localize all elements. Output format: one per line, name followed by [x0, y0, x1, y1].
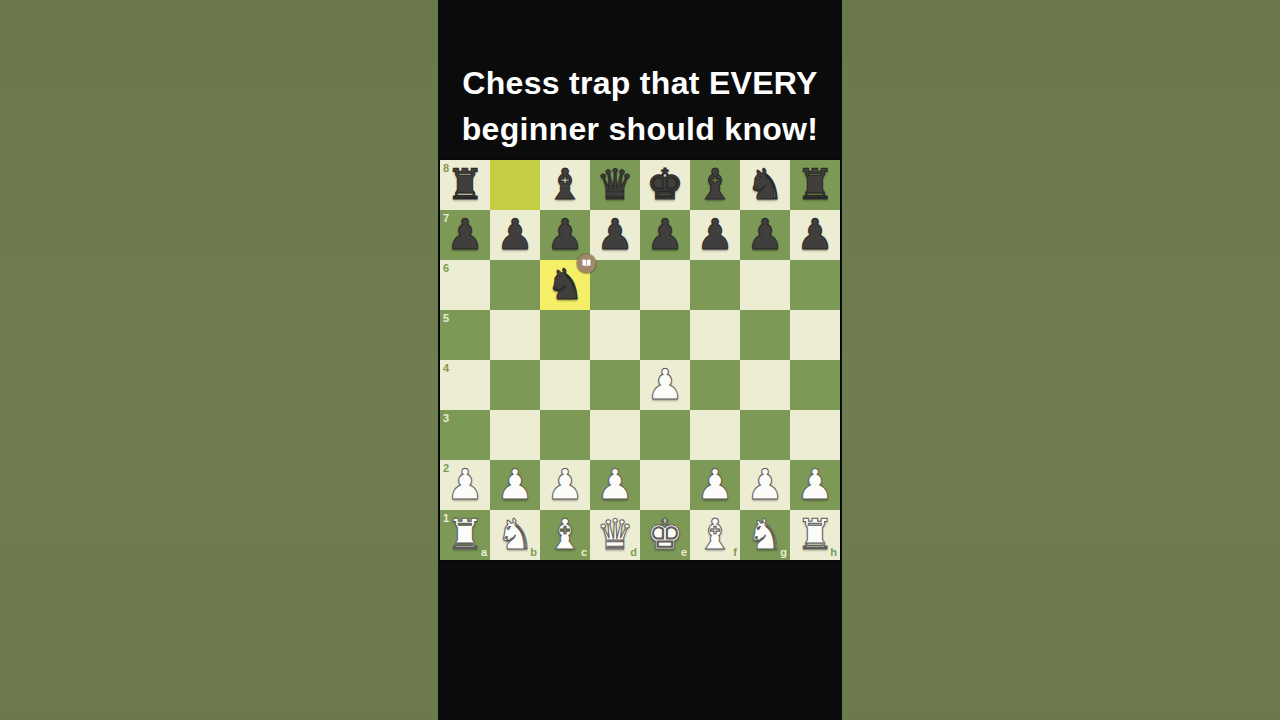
square-f8[interactable]: ♝: [690, 160, 740, 210]
square-b1[interactable]: b♞: [490, 510, 540, 560]
left-background-panel: [0, 0, 438, 720]
square-d2[interactable]: ♟: [590, 460, 640, 510]
square-e8[interactable]: ♚: [640, 160, 690, 210]
square-e7[interactable]: ♟: [640, 210, 690, 260]
rank-label-3: 3: [443, 413, 449, 424]
square-a4[interactable]: 4: [440, 360, 490, 410]
square-g1[interactable]: g♞: [740, 510, 790, 560]
black-pawn-d7[interactable]: ♟: [590, 210, 640, 260]
square-h4[interactable]: [790, 360, 840, 410]
white-knight-b1[interactable]: ♞: [490, 510, 540, 560]
square-d6[interactable]: [590, 260, 640, 310]
square-c1[interactable]: c♝: [540, 510, 590, 560]
square-g4[interactable]: [740, 360, 790, 410]
chess-board: 8♜♝♛♚♝♞♜7♟♟♟♟♟♟♟♟6♞54♟32♟♟♟♟♟♟♟1a♜b♞c♝d♛…: [440, 160, 840, 560]
square-f5[interactable]: [690, 310, 740, 360]
short-video-frame: Chess trap that EVERY beginner should kn…: [0, 0, 1280, 720]
black-king-e8[interactable]: ♚: [640, 160, 690, 210]
video-title-line-2: beginner should know!: [438, 106, 842, 152]
video-strip: Chess trap that EVERY beginner should kn…: [438, 0, 842, 720]
square-g6[interactable]: [740, 260, 790, 310]
square-b5[interactable]: [490, 310, 540, 360]
square-e1[interactable]: e♚: [640, 510, 690, 560]
square-h1[interactable]: h♜: [790, 510, 840, 560]
square-f4[interactable]: [690, 360, 740, 410]
rank-label-5: 5: [443, 313, 449, 324]
square-f3[interactable]: [690, 410, 740, 460]
square-b3[interactable]: [490, 410, 540, 460]
square-g7[interactable]: ♟: [740, 210, 790, 260]
square-b6[interactable]: [490, 260, 540, 310]
white-rook-h1[interactable]: ♜: [790, 510, 840, 560]
white-pawn-a2[interactable]: ♟: [440, 460, 490, 510]
square-h7[interactable]: ♟: [790, 210, 840, 260]
black-pawn-c7[interactable]: ♟: [540, 210, 590, 260]
square-e6[interactable]: [640, 260, 690, 310]
square-a8[interactable]: 8♜: [440, 160, 490, 210]
square-d7[interactable]: ♟: [590, 210, 640, 260]
square-c8[interactable]: ♝: [540, 160, 590, 210]
square-c3[interactable]: [540, 410, 590, 460]
white-king-e1[interactable]: ♚: [640, 510, 690, 560]
white-pawn-h2[interactable]: ♟: [790, 460, 840, 510]
square-g8[interactable]: ♞: [740, 160, 790, 210]
white-pawn-f2[interactable]: ♟: [690, 460, 740, 510]
square-f1[interactable]: f♝: [690, 510, 740, 560]
white-pawn-b2[interactable]: ♟: [490, 460, 540, 510]
square-h6[interactable]: [790, 260, 840, 310]
square-g2[interactable]: ♟: [740, 460, 790, 510]
white-pawn-g2[interactable]: ♟: [740, 460, 790, 510]
square-a2[interactable]: 2♟: [440, 460, 490, 510]
square-g5[interactable]: [740, 310, 790, 360]
black-knight-g8[interactable]: ♞: [740, 160, 790, 210]
square-c4[interactable]: [540, 360, 590, 410]
square-h3[interactable]: [790, 410, 840, 460]
square-f7[interactable]: ♟: [690, 210, 740, 260]
black-rook-h8[interactable]: ♜: [790, 160, 840, 210]
black-bishop-c8[interactable]: ♝: [540, 160, 590, 210]
square-b8[interactable]: [490, 160, 540, 210]
square-c2[interactable]: ♟: [540, 460, 590, 510]
square-b7[interactable]: ♟: [490, 210, 540, 260]
black-pawn-g7[interactable]: ♟: [740, 210, 790, 260]
square-h2[interactable]: ♟: [790, 460, 840, 510]
video-title: Chess trap that EVERY beginner should kn…: [438, 60, 842, 152]
black-rook-a8[interactable]: ♜: [440, 160, 490, 210]
white-bishop-f1[interactable]: ♝: [690, 510, 740, 560]
square-b4[interactable]: [490, 360, 540, 410]
square-a6[interactable]: 6: [440, 260, 490, 310]
square-d5[interactable]: [590, 310, 640, 360]
right-background-panel: [842, 0, 1280, 720]
white-pawn-d2[interactable]: ♟: [590, 460, 640, 510]
black-queen-d8[interactable]: ♛: [590, 160, 640, 210]
square-d1[interactable]: d♛: [590, 510, 640, 560]
square-d8[interactable]: ♛: [590, 160, 640, 210]
square-c5[interactable]: [540, 310, 590, 360]
square-a7[interactable]: 7♟: [440, 210, 490, 260]
chess-board-grid: 8♜♝♛♚♝♞♜7♟♟♟♟♟♟♟♟6♞54♟32♟♟♟♟♟♟♟1a♜b♞c♝d♛…: [440, 160, 840, 560]
white-queen-d1[interactable]: ♛: [590, 510, 640, 560]
square-f6[interactable]: [690, 260, 740, 310]
square-a5[interactable]: 5: [440, 310, 490, 360]
white-bishop-c1[interactable]: ♝: [540, 510, 590, 560]
white-pawn-c2[interactable]: ♟: [540, 460, 590, 510]
square-h8[interactable]: ♜: [790, 160, 840, 210]
white-rook-a1[interactable]: ♜: [440, 510, 490, 560]
video-title-line-1: Chess trap that EVERY: [438, 60, 842, 106]
square-d4[interactable]: [590, 360, 640, 410]
black-pawn-a7[interactable]: ♟: [440, 210, 490, 260]
white-knight-g1[interactable]: ♞: [740, 510, 790, 560]
black-pawn-b7[interactable]: ♟: [490, 210, 540, 260]
square-h5[interactable]: [790, 310, 840, 360]
open-book-icon: [580, 257, 593, 270]
black-pawn-f7[interactable]: ♟: [690, 210, 740, 260]
square-f2[interactable]: ♟: [690, 460, 740, 510]
opening-book-move-icon: [577, 254, 596, 273]
white-pawn-e4[interactable]: ♟: [640, 360, 690, 410]
square-b2[interactable]: ♟: [490, 460, 540, 510]
square-a1[interactable]: 1a♜: [440, 510, 490, 560]
black-bishop-f8[interactable]: ♝: [690, 160, 740, 210]
black-pawn-e7[interactable]: ♟: [640, 210, 690, 260]
rank-label-4: 4: [443, 363, 449, 374]
square-g3[interactable]: [740, 410, 790, 460]
black-pawn-h7[interactable]: ♟: [790, 210, 840, 260]
square-e4[interactable]: ♟: [640, 360, 690, 410]
square-d3[interactable]: [590, 410, 640, 460]
rank-label-6: 6: [443, 263, 449, 274]
square-a3[interactable]: 3: [440, 410, 490, 460]
square-e2[interactable]: [640, 460, 690, 510]
square-c7[interactable]: ♟: [540, 210, 590, 260]
square-e3[interactable]: [640, 410, 690, 460]
square-e5[interactable]: [640, 310, 690, 360]
